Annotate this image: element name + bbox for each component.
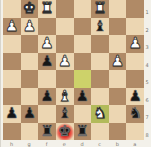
square-h2[interactable]: ♟	[3, 18, 21, 36]
square-h3[interactable]	[3, 35, 21, 53]
square-e6[interactable]: ♝	[56, 88, 74, 106]
square-f7[interactable]	[38, 105, 56, 123]
square-g5[interactable]	[21, 70, 39, 88]
square-d1[interactable]	[74, 0, 92, 18]
square-e5[interactable]	[56, 70, 74, 88]
black-pawn[interactable]: ♟	[21, 105, 39, 123]
chess-diagram: ♚♜♜♟♟♝♟♟♟♟♟♟♝♟♟♟♟♝♞♞♜♚♜ 12345678 hgfedcb…	[0, 0, 151, 147]
square-c8[interactable]	[91, 123, 109, 141]
white-bishop[interactable]: ♝	[56, 88, 74, 106]
black-bishop[interactable]: ♝	[91, 18, 109, 36]
square-b6[interactable]	[109, 88, 127, 106]
white-rook[interactable]: ♜	[38, 0, 56, 18]
square-f1[interactable]: ♜	[38, 0, 56, 18]
black-pawn[interactable]: ♟	[126, 88, 144, 106]
square-a3[interactable]: ♟	[126, 35, 144, 53]
square-g4[interactable]	[21, 53, 39, 71]
square-c3[interactable]	[91, 35, 109, 53]
square-g1[interactable]: ♚	[21, 0, 39, 18]
file-label-f: f	[38, 141, 55, 147]
black-rook[interactable]: ♜	[38, 123, 56, 141]
square-d3[interactable]	[74, 35, 92, 53]
square-a4[interactable]	[126, 53, 144, 71]
square-h4[interactable]	[3, 53, 21, 71]
square-f2[interactable]	[38, 18, 56, 36]
square-f5[interactable]	[38, 70, 56, 88]
square-d8[interactable]: ♜	[74, 123, 92, 141]
square-h7[interactable]: ♟	[3, 105, 21, 123]
rank-label-7: 7	[144, 114, 150, 120]
square-b2[interactable]	[109, 18, 127, 36]
square-h8[interactable]	[3, 123, 21, 141]
square-e8[interactable]: ♚	[56, 123, 74, 141]
file-label-e: e	[56, 141, 73, 147]
white-pawn[interactable]: ♟	[126, 35, 144, 53]
square-a5[interactable]	[126, 70, 144, 88]
rank-label-8: 8	[144, 132, 150, 138]
square-h5[interactable]	[3, 70, 21, 88]
black-pawn[interactable]: ♟	[74, 88, 92, 106]
white-pawn[interactable]: ♟	[56, 53, 74, 71]
square-d2[interactable]	[74, 18, 92, 36]
square-e4[interactable]: ♟	[56, 53, 74, 71]
rank-label-4: 4	[144, 62, 150, 68]
square-g3[interactable]	[21, 35, 39, 53]
square-c6[interactable]	[91, 88, 109, 106]
square-g8[interactable]	[21, 123, 39, 141]
white-pawn[interactable]: ♟	[21, 18, 39, 36]
square-f4[interactable]: ♟	[38, 53, 56, 71]
square-g7[interactable]: ♟	[21, 105, 39, 123]
white-rook[interactable]: ♜	[91, 0, 109, 18]
square-a2[interactable]	[126, 18, 144, 36]
black-bishop[interactable]: ♝	[56, 105, 74, 123]
white-king[interactable]: ♚	[21, 0, 39, 18]
black-pawn[interactable]: ♟	[38, 53, 56, 71]
white-pawn[interactable]: ♟	[109, 53, 127, 71]
square-d5[interactable]	[74, 70, 92, 88]
square-e2[interactable]	[56, 18, 74, 36]
rank-label-3: 3	[144, 44, 150, 50]
file-label-d: d	[74, 141, 91, 147]
square-c2[interactable]: ♝	[91, 18, 109, 36]
square-d6[interactable]: ♟	[74, 88, 92, 106]
square-h6[interactable]	[3, 88, 21, 106]
file-label-h: h	[3, 141, 20, 147]
square-d7[interactable]	[74, 105, 92, 123]
black-king[interactable]: ♚	[56, 123, 74, 141]
black-rook[interactable]: ♜	[74, 123, 92, 141]
square-b8[interactable]	[109, 123, 127, 141]
square-g6[interactable]	[21, 88, 39, 106]
white-pawn[interactable]: ♟	[38, 35, 56, 53]
square-b1[interactable]	[109, 0, 127, 18]
square-e3[interactable]	[56, 35, 74, 53]
square-f3[interactable]: ♟	[38, 35, 56, 53]
square-f8[interactable]: ♜	[38, 123, 56, 141]
square-d4[interactable]	[74, 53, 92, 71]
black-knight[interactable]: ♞	[126, 105, 144, 123]
rank-label-5: 5	[144, 79, 150, 85]
chess-board: ♚♜♜♟♟♝♟♟♟♟♟♟♝♟♟♟♟♝♞♞♜♚♜	[3, 0, 144, 140]
file-label-c: c	[91, 141, 108, 147]
rank-label-6: 6	[144, 97, 150, 103]
square-h1[interactable]	[3, 0, 21, 18]
square-c5[interactable]	[91, 70, 109, 88]
white-pawn[interactable]: ♟	[3, 18, 21, 36]
square-a1[interactable]	[126, 0, 144, 18]
black-pawn[interactable]: ♟	[38, 88, 56, 106]
file-label-a: a	[126, 141, 143, 147]
rank-label-2: 2	[144, 27, 150, 33]
square-c7[interactable]: ♞	[91, 105, 109, 123]
file-label-b: b	[109, 141, 126, 147]
black-pawn[interactable]: ♟	[3, 105, 21, 123]
square-b5[interactable]	[109, 70, 127, 88]
square-a7[interactable]: ♞	[126, 105, 144, 123]
square-e1[interactable]	[56, 0, 74, 18]
square-e7[interactable]: ♝	[56, 105, 74, 123]
square-c1[interactable]: ♜	[91, 0, 109, 18]
square-f6[interactable]: ♟	[38, 88, 56, 106]
square-b7[interactable]	[109, 105, 127, 123]
square-b4[interactable]: ♟	[109, 53, 127, 71]
square-c4[interactable]	[91, 53, 109, 71]
white-knight[interactable]: ♞	[91, 105, 109, 123]
square-g2[interactable]: ♟	[21, 18, 39, 36]
square-a6[interactable]: ♟	[126, 88, 144, 106]
file-label-g: g	[21, 141, 38, 147]
square-a8[interactable]	[126, 123, 144, 141]
square-b3[interactable]	[109, 35, 127, 53]
rank-label-1: 1	[144, 9, 150, 15]
